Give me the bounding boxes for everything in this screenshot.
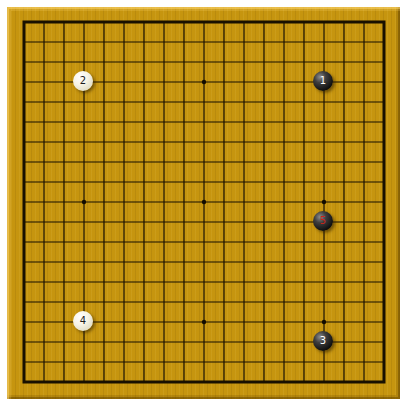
stone-black-move-1-Q16: 1 <box>313 71 333 91</box>
stone-black-move-5-Q9: 5 <box>313 211 333 231</box>
move-number-label: 5 <box>320 216 326 226</box>
stones-layer: 12345 <box>7 7 400 399</box>
stone-black-move-3-Q3: 3 <box>313 331 333 351</box>
move-number-label: 1 <box>320 76 326 86</box>
page: 12345 <box>0 0 407 406</box>
go-board[interactable]: 12345 <box>7 7 400 399</box>
move-number-label: 4 <box>80 316 86 326</box>
move-number-label: 3 <box>320 336 326 346</box>
stone-white-move-2-D16: 2 <box>73 71 93 91</box>
stone-white-move-4-D4: 4 <box>73 311 93 331</box>
move-number-label: 2 <box>80 76 86 86</box>
